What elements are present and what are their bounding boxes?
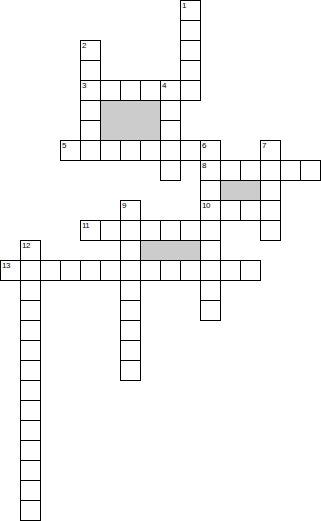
cell-r0-c9[interactable] bbox=[180, 0, 201, 21]
cell-r9-c13[interactable] bbox=[260, 180, 281, 201]
crossword-board: 12345678910111213 bbox=[0, 0, 321, 521]
cell-r25-c1[interactable] bbox=[20, 500, 41, 521]
shaded-block-3 bbox=[140, 240, 201, 261]
cell-r7-c3[interactable] bbox=[60, 140, 81, 161]
cell-r13-c5[interactable] bbox=[100, 260, 121, 281]
cell-r1-c9[interactable] bbox=[180, 20, 201, 41]
cell-r13-c12[interactable] bbox=[240, 260, 261, 281]
shaded-block-2 bbox=[220, 180, 261, 201]
cell-r12-c1[interactable] bbox=[20, 240, 41, 261]
cell-r2-c9[interactable] bbox=[180, 40, 201, 61]
cell-r6-c8[interactable] bbox=[160, 120, 181, 141]
cell-r12-c6[interactable] bbox=[120, 240, 141, 261]
cell-r11-c5[interactable] bbox=[100, 220, 121, 241]
cell-r7-c13[interactable] bbox=[260, 140, 281, 161]
cell-r8-c12[interactable] bbox=[240, 160, 261, 181]
cell-r13-c1[interactable] bbox=[20, 260, 41, 281]
cell-r23-c1[interactable] bbox=[20, 460, 41, 481]
cell-r21-c1[interactable] bbox=[20, 420, 41, 441]
cell-r13-c0[interactable] bbox=[0, 260, 21, 281]
cell-r15-c1[interactable] bbox=[20, 300, 41, 321]
cell-r16-c1[interactable] bbox=[20, 320, 41, 341]
cell-r13-c8[interactable] bbox=[160, 260, 181, 281]
cell-r11-c9[interactable] bbox=[180, 220, 201, 241]
cell-r8-c14[interactable] bbox=[280, 160, 301, 181]
cell-r5-c4[interactable] bbox=[80, 100, 101, 121]
cell-r11-c7[interactable] bbox=[140, 220, 161, 241]
cell-r3-c4[interactable] bbox=[80, 60, 101, 81]
cell-r10-c13[interactable] bbox=[260, 200, 281, 221]
cell-r7-c6[interactable] bbox=[120, 140, 141, 161]
cell-r17-c1[interactable] bbox=[20, 340, 41, 361]
cell-r8-c8[interactable] bbox=[160, 160, 181, 181]
cell-r17-c6[interactable] bbox=[120, 340, 141, 361]
cell-r3-c9[interactable] bbox=[180, 60, 201, 81]
cell-r11-c8[interactable] bbox=[160, 220, 181, 241]
cell-r4-c7[interactable] bbox=[140, 80, 161, 101]
cell-r19-c1[interactable] bbox=[20, 380, 41, 401]
cell-r24-c1[interactable] bbox=[20, 480, 41, 501]
cell-r9-c10[interactable] bbox=[200, 180, 221, 201]
cell-r22-c1[interactable] bbox=[20, 440, 41, 461]
shaded-block-1 bbox=[100, 100, 161, 141]
cell-r7-c7[interactable] bbox=[140, 140, 161, 161]
cell-r16-c6[interactable] bbox=[120, 320, 141, 341]
cell-r13-c9[interactable] bbox=[180, 260, 201, 281]
cell-r4-c8[interactable] bbox=[160, 80, 181, 101]
cell-r18-c1[interactable] bbox=[20, 360, 41, 381]
cell-r11-c13[interactable] bbox=[260, 220, 281, 241]
cell-r13-c10[interactable] bbox=[200, 260, 221, 281]
cell-r12-c10[interactable] bbox=[200, 240, 221, 261]
cell-r4-c4[interactable] bbox=[80, 80, 101, 101]
cell-r13-c2[interactable] bbox=[40, 260, 61, 281]
cell-r8-c15[interactable] bbox=[300, 160, 321, 181]
cell-r7-c10[interactable] bbox=[200, 140, 221, 161]
cell-r11-c10[interactable] bbox=[200, 220, 221, 241]
cell-r15-c10[interactable] bbox=[200, 300, 221, 321]
cell-r7-c9[interactable] bbox=[180, 140, 201, 161]
cell-r6-c4[interactable] bbox=[80, 120, 101, 141]
cell-r13-c4[interactable] bbox=[80, 260, 101, 281]
cell-r7-c5[interactable] bbox=[100, 140, 121, 161]
cell-r14-c6[interactable] bbox=[120, 280, 141, 301]
cell-r7-c8[interactable] bbox=[160, 140, 181, 161]
cell-r10-c6[interactable] bbox=[120, 200, 141, 221]
cell-r4-c5[interactable] bbox=[100, 80, 121, 101]
cell-r13-c3[interactable] bbox=[60, 260, 81, 281]
cell-r4-c9[interactable] bbox=[180, 80, 201, 101]
cell-r18-c6[interactable] bbox=[120, 360, 141, 381]
cell-r20-c1[interactable] bbox=[20, 400, 41, 421]
cell-r4-c6[interactable] bbox=[120, 80, 141, 101]
cell-r13-c7[interactable] bbox=[140, 260, 161, 281]
cell-r15-c6[interactable] bbox=[120, 300, 141, 321]
cell-r8-c11[interactable] bbox=[220, 160, 241, 181]
cell-r14-c1[interactable] bbox=[20, 280, 41, 301]
cell-r8-c13[interactable] bbox=[260, 160, 281, 181]
cell-r10-c12[interactable] bbox=[240, 200, 261, 221]
cell-r13-c11[interactable] bbox=[220, 260, 241, 281]
cell-r11-c6[interactable] bbox=[120, 220, 141, 241]
cell-r5-c8[interactable] bbox=[160, 100, 181, 121]
cell-r14-c10[interactable] bbox=[200, 280, 221, 301]
cell-r10-c10[interactable] bbox=[200, 200, 221, 221]
cell-r10-c11[interactable] bbox=[220, 200, 241, 221]
cell-r2-c4[interactable] bbox=[80, 40, 101, 61]
cell-r13-c6[interactable] bbox=[120, 260, 141, 281]
cell-r11-c4[interactable] bbox=[80, 220, 101, 241]
cell-r8-c10[interactable] bbox=[200, 160, 221, 181]
cell-r7-c4[interactable] bbox=[80, 140, 101, 161]
